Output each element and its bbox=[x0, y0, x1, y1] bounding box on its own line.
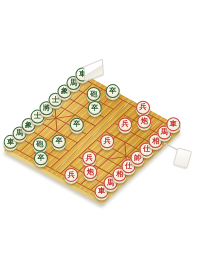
piece-disc: 車 bbox=[166, 117, 180, 131]
piece-character: 炮 bbox=[141, 118, 148, 125]
piece-character: 兵 bbox=[140, 104, 147, 111]
piece-character: 馬 bbox=[161, 129, 168, 136]
piece-character: 卒 bbox=[55, 138, 62, 145]
piece-character: 車 bbox=[7, 138, 14, 145]
piece-character: 仕 bbox=[143, 146, 150, 153]
piece-character: 將 bbox=[43, 105, 50, 112]
piece-character: 炮 bbox=[87, 168, 94, 175]
piece-character: 相 bbox=[116, 171, 123, 178]
piece-character: 馬 bbox=[107, 180, 114, 187]
piece-character: 車 bbox=[170, 121, 177, 128]
piece-disc: 卒 bbox=[70, 118, 84, 132]
piece-character: 車 bbox=[98, 188, 105, 195]
piece-disc: 砲 bbox=[33, 137, 47, 151]
piece-character: 象 bbox=[61, 88, 68, 95]
piece-disc: 砲 bbox=[87, 87, 101, 101]
piece-character: 象 bbox=[25, 121, 32, 128]
price-tag bbox=[173, 147, 192, 168]
piece-character: 卒 bbox=[37, 155, 44, 162]
piece-character: 卒 bbox=[91, 104, 98, 111]
piece-character: 兵 bbox=[122, 121, 129, 128]
piece-character: 相 bbox=[152, 137, 159, 144]
piece-character: 兵 bbox=[104, 138, 111, 145]
piece-disc: 兵 bbox=[136, 101, 150, 115]
piece-disc: 炮 bbox=[83, 165, 97, 179]
piece-character: 卒 bbox=[109, 88, 116, 95]
piece-character: 士 bbox=[34, 113, 41, 120]
piece-disc: 炮 bbox=[137, 115, 151, 129]
piece-disc: 兵 bbox=[64, 168, 78, 182]
piece-character: 仕 bbox=[125, 163, 132, 170]
piece-character: 砲 bbox=[90, 90, 97, 97]
piece-character: 兵 bbox=[86, 155, 93, 162]
piece-character: 士 bbox=[52, 96, 59, 103]
piece-character: 帥 bbox=[134, 154, 141, 161]
piece-character: 兵 bbox=[68, 171, 75, 178]
piece-character: 馬 bbox=[70, 79, 77, 86]
piece-character: 馬 bbox=[16, 130, 23, 137]
xiangqi-board: 車馬象士將士象馬車砲砲卒卒卒卒卒兵兵兵兵兵炮炮車馬相仕帥仕相馬車 bbox=[3, 73, 181, 201]
piece-disc: 兵 bbox=[82, 151, 96, 165]
pieces-layer: 車馬象士將士象馬車砲砲卒卒卒卒卒兵兵兵兵兵炮炮車馬相仕帥仕相馬車 bbox=[3, 73, 181, 201]
piece-disc: 卒 bbox=[52, 135, 66, 149]
piece-character: 卒 bbox=[73, 121, 80, 128]
piece-character: 砲 bbox=[36, 141, 43, 148]
piece-disc: 卒 bbox=[88, 101, 102, 115]
piece-disc: 兵 bbox=[100, 134, 114, 148]
scene: 車馬象士將士象馬車砲砲卒卒卒卒卒兵兵兵兵兵炮炮車馬相仕帥仕相馬車 bbox=[0, 0, 200, 280]
piece-disc: 兵 bbox=[118, 117, 132, 131]
piece-disc: 卒 bbox=[106, 84, 120, 98]
piece-disc: 卒 bbox=[34, 151, 48, 165]
